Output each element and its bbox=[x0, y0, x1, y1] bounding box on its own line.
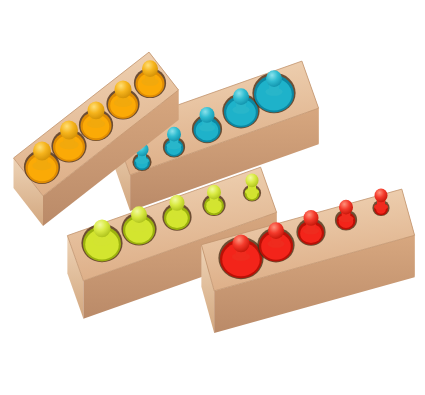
knob-sphere bbox=[266, 70, 282, 87]
knob-sphere bbox=[304, 210, 319, 226]
knob-sphere bbox=[339, 200, 353, 215]
knob-sphere bbox=[233, 88, 249, 105]
knob-sphere bbox=[375, 189, 388, 203]
knob-sphere bbox=[167, 127, 181, 142]
knob-sphere bbox=[207, 185, 221, 200]
knob-sphere bbox=[233, 234, 250, 252]
knob-sphere bbox=[268, 222, 284, 239]
knob-sphere bbox=[94, 219, 111, 237]
knob-sphere bbox=[88, 101, 105, 119]
knob-sphere bbox=[60, 121, 78, 140]
knob-sphere bbox=[131, 206, 147, 223]
knob-sphere bbox=[170, 195, 185, 211]
cylinder-blocks-photo bbox=[0, 0, 425, 395]
product-photo bbox=[0, 0, 425, 395]
knob-sphere bbox=[115, 80, 132, 98]
knob-sphere bbox=[142, 60, 158, 77]
knob-sphere bbox=[200, 107, 215, 123]
knob-sphere bbox=[33, 142, 51, 161]
knob-sphere bbox=[246, 174, 259, 188]
